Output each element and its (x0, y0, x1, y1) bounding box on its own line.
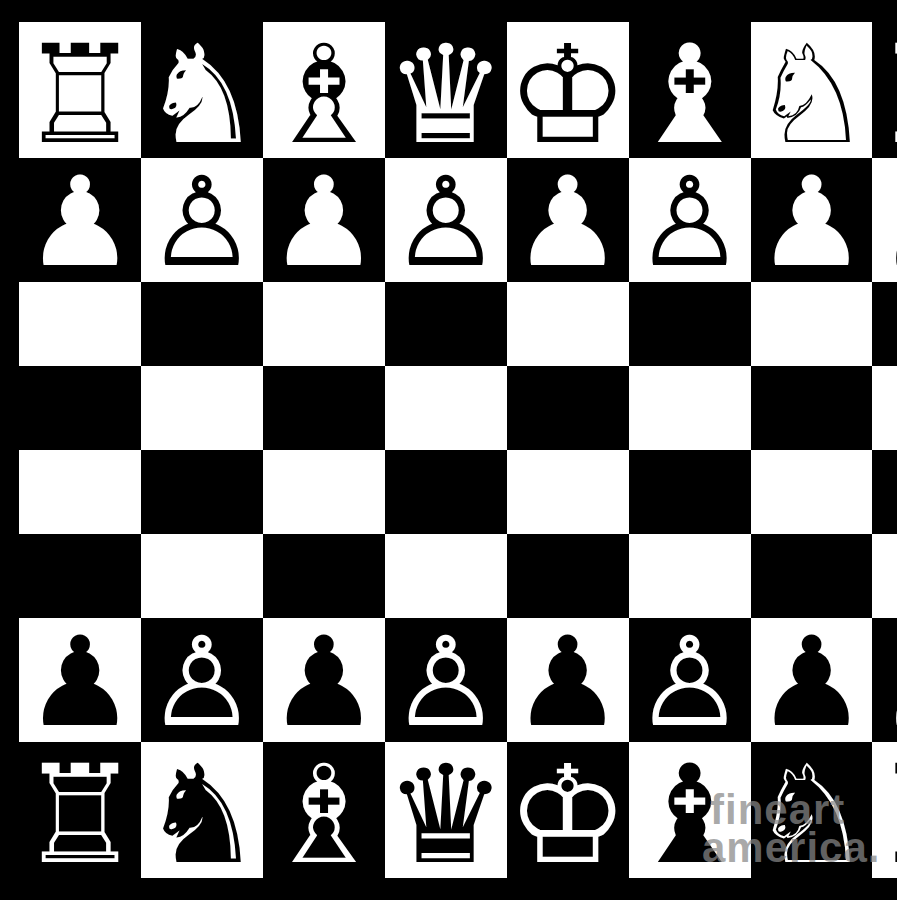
square-d4[interactable] (385, 450, 507, 534)
piece-black-pawn: ♙ (146, 620, 257, 744)
piece-white-bishop: ♝ (629, 27, 751, 163)
chess-board: ♖♞♗♛♔♝♘♜♟♙♟♙♟♙♟♙♟♙♟♙♟♙♟♙♖♞♗♛♔♝♘♜ (19, 22, 879, 878)
square-f8[interactable]: ♝ (629, 22, 751, 158)
piece-white-pawn: ♙ (634, 160, 745, 284)
square-b4[interactable] (141, 450, 263, 534)
square-e8[interactable]: ♔ (507, 22, 629, 158)
square-c8[interactable]: ♗ (263, 22, 385, 158)
piece-white-bishop: ♗ (263, 27, 385, 163)
square-g2[interactable]: ♟ (751, 618, 873, 742)
piece-white-rook: ♖ (19, 27, 141, 163)
square-b6[interactable] (141, 282, 263, 366)
piece-black-pawn: ♟ (268, 620, 379, 744)
piece-black-pawn: ♟ (756, 620, 867, 744)
square-g1[interactable]: ♘ (751, 742, 873, 878)
piece-black-queen: ♛ (385, 747, 507, 883)
piece-black-pawn: ♟ (512, 620, 623, 744)
square-a6[interactable] (19, 282, 141, 366)
square-g4[interactable] (751, 450, 873, 534)
square-d5[interactable] (385, 366, 507, 450)
piece-black-pawn: ♙ (390, 620, 501, 744)
square-e7[interactable]: ♟ (507, 158, 629, 282)
piece-white-pawn: ♟ (268, 160, 379, 284)
square-b1[interactable]: ♞ (141, 742, 263, 878)
piece-black-rook: ♜ (872, 747, 897, 883)
square-b3[interactable] (141, 534, 263, 618)
square-g3[interactable] (751, 534, 873, 618)
piece-black-bishop: ♗ (263, 747, 385, 883)
piece-white-knight: ♘ (751, 27, 873, 163)
piece-white-knight: ♞ (141, 27, 263, 163)
square-b2[interactable]: ♙ (141, 618, 263, 742)
square-c1[interactable]: ♗ (263, 742, 385, 878)
square-e1[interactable]: ♔ (507, 742, 629, 878)
piece-black-pawn: ♟ (24, 620, 135, 744)
piece-white-pawn: ♙ (878, 160, 897, 284)
square-h7[interactable]: ♙ (872, 158, 897, 282)
square-d2[interactable]: ♙ (385, 618, 507, 742)
square-e2[interactable]: ♟ (507, 618, 629, 742)
square-f4[interactable] (629, 450, 751, 534)
square-a7[interactable]: ♟ (19, 158, 141, 282)
piece-black-king: ♔ (507, 747, 629, 883)
square-h2[interactable]: ♙ (872, 618, 897, 742)
square-c4[interactable] (263, 450, 385, 534)
square-c3[interactable] (263, 534, 385, 618)
square-d8[interactable]: ♛ (385, 22, 507, 158)
piece-white-rook: ♜ (872, 27, 897, 163)
square-c2[interactable]: ♟ (263, 618, 385, 742)
square-c6[interactable] (263, 282, 385, 366)
square-a8[interactable]: ♖ (19, 22, 141, 158)
piece-black-pawn: ♙ (634, 620, 745, 744)
square-h5[interactable] (872, 366, 897, 450)
piece-black-rook: ♖ (19, 747, 141, 883)
square-g6[interactable] (751, 282, 873, 366)
square-b5[interactable] (141, 366, 263, 450)
piece-black-pawn: ♙ (878, 620, 897, 744)
square-e5[interactable] (507, 366, 629, 450)
square-e4[interactable] (507, 450, 629, 534)
piece-white-pawn: ♙ (390, 160, 501, 284)
square-f2[interactable]: ♙ (629, 618, 751, 742)
square-a2[interactable]: ♟ (19, 618, 141, 742)
piece-white-pawn: ♟ (756, 160, 867, 284)
piece-white-queen: ♛ (385, 27, 507, 163)
piece-black-knight: ♘ (751, 747, 873, 883)
square-d7[interactable]: ♙ (385, 158, 507, 282)
square-f5[interactable] (629, 366, 751, 450)
square-e3[interactable] (507, 534, 629, 618)
square-d3[interactable] (385, 534, 507, 618)
square-h1[interactable]: ♜ (872, 742, 897, 878)
square-c5[interactable] (263, 366, 385, 450)
square-f3[interactable] (629, 534, 751, 618)
square-h4[interactable] (872, 450, 897, 534)
square-h3[interactable] (872, 534, 897, 618)
square-f1[interactable]: ♝ (629, 742, 751, 878)
square-a4[interactable] (19, 450, 141, 534)
square-h8[interactable]: ♜ (872, 22, 897, 158)
square-a5[interactable] (19, 366, 141, 450)
square-g5[interactable] (751, 366, 873, 450)
piece-white-pawn: ♟ (24, 160, 135, 284)
square-f6[interactable] (629, 282, 751, 366)
square-h6[interactable] (872, 282, 897, 366)
square-f7[interactable]: ♙ (629, 158, 751, 282)
artwork-canvas: ♖♞♗♛♔♝♘♜♟♙♟♙♟♙♟♙♟♙♟♙♟♙♟♙♖♞♗♛♔♝♘♜ fineart… (0, 0, 897, 900)
square-g8[interactable]: ♘ (751, 22, 873, 158)
piece-black-bishop: ♝ (629, 747, 751, 883)
square-e6[interactable] (507, 282, 629, 366)
square-d1[interactable]: ♛ (385, 742, 507, 878)
square-b7[interactable]: ♙ (141, 158, 263, 282)
square-d6[interactable] (385, 282, 507, 366)
piece-white-pawn: ♙ (146, 160, 257, 284)
square-g7[interactable]: ♟ (751, 158, 873, 282)
piece-black-knight: ♞ (141, 747, 263, 883)
square-b8[interactable]: ♞ (141, 22, 263, 158)
square-a3[interactable] (19, 534, 141, 618)
piece-white-king: ♔ (507, 27, 629, 163)
square-c7[interactable]: ♟ (263, 158, 385, 282)
piece-white-pawn: ♟ (512, 160, 623, 284)
square-a1[interactable]: ♖ (19, 742, 141, 878)
